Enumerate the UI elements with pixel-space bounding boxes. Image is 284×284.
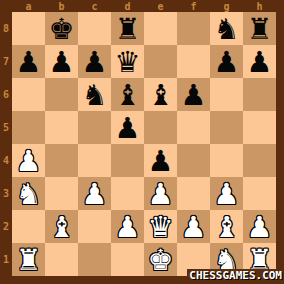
square-h4 bbox=[243, 144, 276, 177]
square-d7: ♛ bbox=[111, 45, 144, 78]
square-g5 bbox=[210, 111, 243, 144]
square-d2: ♟ bbox=[111, 210, 144, 243]
white-knight: ♞ bbox=[12, 177, 45, 210]
square-a4: ♟ bbox=[12, 144, 45, 177]
white-pawn: ♟ bbox=[12, 144, 45, 177]
rank-label-8: 8 bbox=[0, 12, 12, 45]
square-g6 bbox=[210, 78, 243, 111]
square-e1: ♚ bbox=[144, 243, 177, 276]
square-h5 bbox=[243, 111, 276, 144]
black-bishop: ♝ bbox=[144, 78, 177, 111]
white-pawn: ♟ bbox=[78, 177, 111, 210]
square-h2: ♟ bbox=[243, 210, 276, 243]
rank-label-3: 3 bbox=[0, 177, 12, 210]
square-e4: ♟ bbox=[144, 144, 177, 177]
square-g3: ♟ bbox=[210, 177, 243, 210]
square-c7: ♟ bbox=[78, 45, 111, 78]
rank-labels: 87654321 bbox=[0, 12, 12, 276]
black-knight: ♞ bbox=[210, 12, 243, 45]
square-a3: ♞ bbox=[12, 177, 45, 210]
white-pawn: ♟ bbox=[111, 210, 144, 243]
white-pawn: ♟ bbox=[144, 177, 177, 210]
square-e8 bbox=[144, 12, 177, 45]
rank-label-1: 1 bbox=[0, 243, 12, 276]
square-f2: ♟ bbox=[177, 210, 210, 243]
black-bishop: ♝ bbox=[111, 78, 144, 111]
square-b5 bbox=[45, 111, 78, 144]
square-d4 bbox=[111, 144, 144, 177]
watermark: CHESSGAMES.COM bbox=[187, 269, 284, 282]
black-pawn: ♟ bbox=[111, 111, 144, 144]
square-c4 bbox=[78, 144, 111, 177]
black-rook: ♜ bbox=[243, 12, 276, 45]
square-g2: ♝ bbox=[210, 210, 243, 243]
chess-board-frame: abcdefgh 87654321 ♚♜♞♜♟♟♟♛♟♟♞♝♝♟♟♟♟♞♟♟♟♝… bbox=[0, 0, 284, 284]
rank-label-2: 2 bbox=[0, 210, 12, 243]
square-h3 bbox=[243, 177, 276, 210]
white-rook: ♜ bbox=[12, 243, 45, 276]
square-h8: ♜ bbox=[243, 12, 276, 45]
square-d3 bbox=[111, 177, 144, 210]
white-pawn: ♟ bbox=[177, 210, 210, 243]
black-pawn: ♟ bbox=[210, 45, 243, 78]
square-a1: ♜ bbox=[12, 243, 45, 276]
square-c8 bbox=[78, 12, 111, 45]
black-pawn: ♟ bbox=[78, 45, 111, 78]
white-bishop: ♝ bbox=[210, 210, 243, 243]
square-f7 bbox=[177, 45, 210, 78]
rank-label-4: 4 bbox=[0, 144, 12, 177]
square-c2 bbox=[78, 210, 111, 243]
square-b4 bbox=[45, 144, 78, 177]
square-e2: ♛ bbox=[144, 210, 177, 243]
square-c5 bbox=[78, 111, 111, 144]
black-pawn: ♟ bbox=[144, 144, 177, 177]
black-rook: ♜ bbox=[111, 12, 144, 45]
square-d8: ♜ bbox=[111, 12, 144, 45]
black-pawn: ♟ bbox=[243, 45, 276, 78]
square-f5 bbox=[177, 111, 210, 144]
square-g7: ♟ bbox=[210, 45, 243, 78]
black-pawn: ♟ bbox=[12, 45, 45, 78]
rank-label-7: 7 bbox=[0, 45, 12, 78]
square-b3 bbox=[45, 177, 78, 210]
black-king: ♚ bbox=[45, 12, 78, 45]
square-a7: ♟ bbox=[12, 45, 45, 78]
square-h7: ♟ bbox=[243, 45, 276, 78]
square-c3: ♟ bbox=[78, 177, 111, 210]
black-knight: ♞ bbox=[78, 78, 111, 111]
rank-label-5: 5 bbox=[0, 111, 12, 144]
black-pawn: ♟ bbox=[45, 45, 78, 78]
square-e7 bbox=[144, 45, 177, 78]
square-d1 bbox=[111, 243, 144, 276]
square-a5 bbox=[12, 111, 45, 144]
square-h6 bbox=[243, 78, 276, 111]
square-g8: ♞ bbox=[210, 12, 243, 45]
white-king: ♚ bbox=[144, 243, 177, 276]
square-f8 bbox=[177, 12, 210, 45]
square-f3 bbox=[177, 177, 210, 210]
square-e6: ♝ bbox=[144, 78, 177, 111]
square-e5 bbox=[144, 111, 177, 144]
white-pawn: ♟ bbox=[243, 210, 276, 243]
rank-label-6: 6 bbox=[0, 78, 12, 111]
square-b8: ♚ bbox=[45, 12, 78, 45]
square-e3: ♟ bbox=[144, 177, 177, 210]
square-a6 bbox=[12, 78, 45, 111]
white-queen: ♛ bbox=[144, 210, 177, 243]
square-d5: ♟ bbox=[111, 111, 144, 144]
square-a8 bbox=[12, 12, 45, 45]
chess-board: ♚♜♞♜♟♟♟♛♟♟♞♝♝♟♟♟♟♞♟♟♟♝♟♛♟♝♟♜♚♞♜ bbox=[12, 12, 276, 276]
square-c6: ♞ bbox=[78, 78, 111, 111]
white-pawn: ♟ bbox=[210, 177, 243, 210]
file-labels: abcdefgh bbox=[12, 0, 276, 12]
black-queen: ♛ bbox=[111, 45, 144, 78]
square-f4 bbox=[177, 144, 210, 177]
square-a2 bbox=[12, 210, 45, 243]
square-b6 bbox=[45, 78, 78, 111]
square-b2: ♝ bbox=[45, 210, 78, 243]
square-f6: ♟ bbox=[177, 78, 210, 111]
square-c1 bbox=[78, 243, 111, 276]
black-pawn: ♟ bbox=[177, 78, 210, 111]
square-g4 bbox=[210, 144, 243, 177]
square-b7: ♟ bbox=[45, 45, 78, 78]
square-b1 bbox=[45, 243, 78, 276]
square-d6: ♝ bbox=[111, 78, 144, 111]
white-bishop: ♝ bbox=[45, 210, 78, 243]
